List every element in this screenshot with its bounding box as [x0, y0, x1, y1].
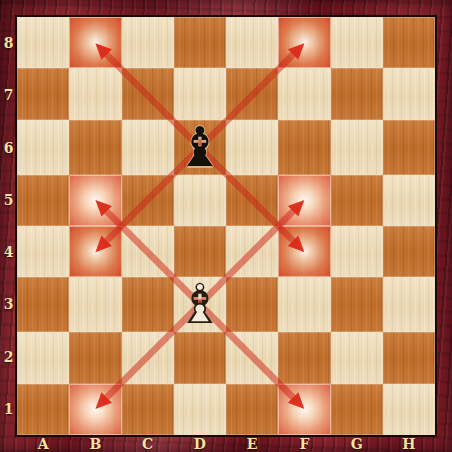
file-labels: ABCDEFGH	[17, 435, 435, 452]
square-b6[interactable]	[69, 120, 121, 175]
rank-label-1: 1	[0, 383, 17, 435]
square-b1-highlighted[interactable]	[69, 384, 121, 435]
square-h2[interactable]	[383, 332, 435, 383]
square-c1[interactable]	[122, 384, 174, 435]
square-e3[interactable]	[226, 277, 278, 332]
square-g5[interactable]	[331, 175, 383, 226]
square-g3[interactable]	[331, 277, 383, 332]
square-g1[interactable]	[331, 384, 383, 435]
square-c5[interactable]	[122, 175, 174, 226]
square-h3[interactable]	[383, 277, 435, 332]
square-h1[interactable]	[383, 384, 435, 435]
square-g4[interactable]	[331, 226, 383, 277]
square-e8[interactable]	[226, 17, 278, 68]
square-c7[interactable]	[122, 68, 174, 119]
square-b3[interactable]	[69, 277, 121, 332]
square-a2[interactable]	[17, 332, 69, 383]
rank-label-7: 7	[0, 69, 17, 121]
square-a3[interactable]	[17, 277, 69, 332]
square-a5[interactable]	[17, 175, 69, 226]
square-c6[interactable]	[122, 120, 174, 175]
square-d1[interactable]	[174, 384, 226, 435]
square-g7[interactable]	[331, 68, 383, 119]
square-f6[interactable]	[278, 120, 330, 175]
square-b5-highlighted[interactable]	[69, 175, 121, 226]
square-b7[interactable]	[69, 68, 121, 119]
file-label-e: E	[226, 435, 278, 452]
square-f7[interactable]	[278, 68, 330, 119]
square-h8[interactable]	[383, 17, 435, 68]
square-d5[interactable]	[174, 175, 226, 226]
square-e5[interactable]	[226, 175, 278, 226]
square-b8-highlighted[interactable]	[69, 17, 121, 68]
square-a7[interactable]	[17, 68, 69, 119]
file-label-h: H	[383, 435, 435, 452]
square-d7[interactable]	[174, 68, 226, 119]
square-e2[interactable]	[226, 332, 278, 383]
square-c3[interactable]	[122, 277, 174, 332]
square-f8-highlighted[interactable]	[278, 17, 330, 68]
rank-label-2: 2	[0, 331, 17, 383]
chessboard-frame: 87654321 ♝♗ ABCDEFGH	[0, 0, 452, 452]
rank-labels: 87654321	[0, 17, 17, 435]
file-label-b: B	[69, 435, 121, 452]
file-label-a: A	[17, 435, 69, 452]
square-a6[interactable]	[17, 120, 69, 175]
square-a4[interactable]	[17, 226, 69, 277]
square-g6[interactable]	[331, 120, 383, 175]
square-a8[interactable]	[17, 17, 69, 68]
square-g2[interactable]	[331, 332, 383, 383]
square-d3[interactable]: ♗	[174, 277, 226, 332]
rank-label-5: 5	[0, 174, 17, 226]
file-label-g: G	[331, 435, 383, 452]
square-d6[interactable]: ♝	[174, 120, 226, 175]
square-b4-highlighted[interactable]	[69, 226, 121, 277]
square-d4[interactable]	[174, 226, 226, 277]
square-f1-highlighted[interactable]	[278, 384, 330, 435]
square-g8[interactable]	[331, 17, 383, 68]
rank-label-8: 8	[0, 17, 17, 69]
rank-label-4: 4	[0, 226, 17, 278]
square-c4[interactable]	[122, 226, 174, 277]
square-f3[interactable]	[278, 277, 330, 332]
square-c2[interactable]	[122, 332, 174, 383]
chessboard: ♝♗	[17, 17, 435, 435]
rank-label-3: 3	[0, 278, 17, 330]
square-h6[interactable]	[383, 120, 435, 175]
square-b2[interactable]	[69, 332, 121, 383]
file-label-f: F	[278, 435, 330, 452]
square-d8[interactable]	[174, 17, 226, 68]
black-bishop[interactable]: ♝	[174, 120, 226, 175]
square-e1[interactable]	[226, 384, 278, 435]
square-f2[interactable]	[278, 332, 330, 383]
square-d2[interactable]	[174, 332, 226, 383]
square-h7[interactable]	[383, 68, 435, 119]
square-f4-highlighted[interactable]	[278, 226, 330, 277]
square-c8[interactable]	[122, 17, 174, 68]
square-e6[interactable]	[226, 120, 278, 175]
square-e4[interactable]	[226, 226, 278, 277]
file-label-d: D	[174, 435, 226, 452]
square-e7[interactable]	[226, 68, 278, 119]
square-h4[interactable]	[383, 226, 435, 277]
square-f5-highlighted[interactable]	[278, 175, 330, 226]
rank-label-6: 6	[0, 122, 17, 174]
file-label-c: C	[122, 435, 174, 452]
square-a1[interactable]	[17, 384, 69, 435]
square-h5[interactable]	[383, 175, 435, 226]
white-bishop[interactable]: ♗	[174, 277, 226, 332]
